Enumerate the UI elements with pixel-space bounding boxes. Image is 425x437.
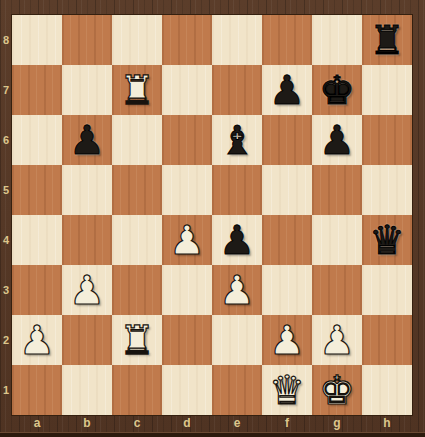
- square-g4[interactable]: [312, 215, 362, 265]
- square-c7[interactable]: ♜: [112, 65, 162, 115]
- piece-black-queen[interactable]: ♛: [369, 215, 405, 265]
- square-c8[interactable]: [112, 15, 162, 65]
- square-c2[interactable]: ♜: [112, 315, 162, 365]
- square-b5[interactable]: [62, 165, 112, 215]
- square-f1[interactable]: ♛: [262, 365, 312, 415]
- square-h3[interactable]: [362, 265, 412, 315]
- piece-black-pawn[interactable]: ♟: [319, 115, 355, 165]
- square-e5[interactable]: [212, 165, 262, 215]
- rank-label-4: 4: [0, 215, 12, 265]
- square-a2[interactable]: ♟: [12, 315, 62, 365]
- piece-black-pawn[interactable]: ♟: [219, 215, 255, 265]
- piece-white-king[interactable]: ♚: [319, 365, 355, 415]
- square-g6[interactable]: ♟: [312, 115, 362, 165]
- square-c6[interactable]: [112, 115, 162, 165]
- square-c3[interactable]: [112, 265, 162, 315]
- square-b3[interactable]: ♟: [62, 265, 112, 315]
- piece-white-pawn[interactable]: ♟: [69, 265, 105, 315]
- square-f7[interactable]: ♟: [262, 65, 312, 115]
- rank-label-1: 1: [0, 365, 12, 415]
- rank-label-5: 5: [0, 165, 12, 215]
- frame-bottom-edge: [0, 432, 425, 437]
- piece-white-rook[interactable]: ♜: [119, 65, 155, 115]
- chess-board: ♜♜♟♚♟♝♟♟♟♛♟♟♟♜♟♟♛♚: [12, 15, 412, 415]
- square-b8[interactable]: [62, 15, 112, 65]
- piece-black-rook[interactable]: ♜: [369, 15, 405, 65]
- square-h2[interactable]: [362, 315, 412, 365]
- square-b2[interactable]: [62, 315, 112, 365]
- square-a8[interactable]: [12, 15, 62, 65]
- rank-label-2: 2: [0, 315, 12, 365]
- file-label-h: h: [362, 414, 412, 432]
- piece-white-queen[interactable]: ♛: [269, 365, 305, 415]
- square-a7[interactable]: [12, 65, 62, 115]
- square-h1[interactable]: [362, 365, 412, 415]
- square-g5[interactable]: [312, 165, 362, 215]
- square-c5[interactable]: [112, 165, 162, 215]
- square-f4[interactable]: [262, 215, 312, 265]
- square-f8[interactable]: [262, 15, 312, 65]
- square-d3[interactable]: [162, 265, 212, 315]
- file-label-f: f: [262, 414, 312, 432]
- square-b6[interactable]: ♟: [62, 115, 112, 165]
- square-e1[interactable]: [212, 365, 262, 415]
- square-f5[interactable]: [262, 165, 312, 215]
- square-h4[interactable]: ♛: [362, 215, 412, 265]
- square-a4[interactable]: [12, 215, 62, 265]
- file-labels: abcdefgh: [12, 414, 412, 432]
- file-label-c: c: [112, 414, 162, 432]
- square-g3[interactable]: [312, 265, 362, 315]
- file-label-a: a: [12, 414, 62, 432]
- square-a3[interactable]: [12, 265, 62, 315]
- square-g1[interactable]: ♚: [312, 365, 362, 415]
- square-d4[interactable]: ♟: [162, 215, 212, 265]
- square-b4[interactable]: [62, 215, 112, 265]
- square-d6[interactable]: [162, 115, 212, 165]
- square-h5[interactable]: [362, 165, 412, 215]
- square-g2[interactable]: ♟: [312, 315, 362, 365]
- rank-label-8: 8: [0, 15, 12, 65]
- rank-label-6: 6: [0, 115, 12, 165]
- square-h8[interactable]: ♜: [362, 15, 412, 65]
- piece-white-pawn[interactable]: ♟: [19, 315, 55, 365]
- rank-label-7: 7: [0, 65, 12, 115]
- piece-black-bishop[interactable]: ♝: [219, 115, 255, 165]
- piece-black-pawn[interactable]: ♟: [69, 115, 105, 165]
- square-b1[interactable]: [62, 365, 112, 415]
- square-g7[interactable]: ♚: [312, 65, 362, 115]
- square-h6[interactable]: [362, 115, 412, 165]
- square-e7[interactable]: [212, 65, 262, 115]
- square-a6[interactable]: [12, 115, 62, 165]
- chess-diagram: 87654321 ♜♜♟♚♟♝♟♟♟♛♟♟♟♜♟♟♛♚ abcdefgh: [0, 0, 425, 437]
- square-a1[interactable]: [12, 365, 62, 415]
- square-d2[interactable]: [162, 315, 212, 365]
- square-e4[interactable]: ♟: [212, 215, 262, 265]
- piece-black-king[interactable]: ♚: [319, 65, 355, 115]
- square-g8[interactable]: [312, 15, 362, 65]
- file-label-g: g: [312, 414, 362, 432]
- piece-white-pawn[interactable]: ♟: [219, 265, 255, 315]
- square-b7[interactable]: [62, 65, 112, 115]
- square-f3[interactable]: [262, 265, 312, 315]
- piece-white-pawn[interactable]: ♟: [269, 315, 305, 365]
- square-f2[interactable]: ♟: [262, 315, 312, 365]
- piece-black-pawn[interactable]: ♟: [269, 65, 305, 115]
- rank-label-3: 3: [0, 265, 12, 315]
- rank-labels: 87654321: [0, 15, 12, 415]
- file-label-d: d: [162, 414, 212, 432]
- square-f6[interactable]: [262, 115, 312, 165]
- square-d7[interactable]: [162, 65, 212, 115]
- square-e2[interactable]: [212, 315, 262, 365]
- square-e8[interactable]: [212, 15, 262, 65]
- square-h7[interactable]: [362, 65, 412, 115]
- piece-white-pawn[interactable]: ♟: [319, 315, 355, 365]
- file-label-e: e: [212, 414, 262, 432]
- square-d1[interactable]: [162, 365, 212, 415]
- square-e3[interactable]: ♟: [212, 265, 262, 315]
- square-a5[interactable]: [12, 165, 62, 215]
- piece-white-pawn[interactable]: ♟: [169, 215, 205, 265]
- square-d5[interactable]: [162, 165, 212, 215]
- piece-white-rook[interactable]: ♜: [119, 315, 155, 365]
- square-d8[interactable]: [162, 15, 212, 65]
- square-e6[interactable]: ♝: [212, 115, 262, 165]
- file-label-b: b: [62, 414, 112, 432]
- square-c1[interactable]: [112, 365, 162, 415]
- square-c4[interactable]: [112, 215, 162, 265]
